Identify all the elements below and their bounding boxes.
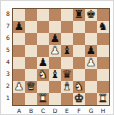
piece-white-queen-b2: ♛ [25, 81, 37, 93]
square-g1[interactable] [85, 93, 97, 105]
square-c1[interactable]: ♜ [37, 93, 49, 105]
chess-board: ♜♚♟♞♟♟♝♟♟♟♞♝♛♟♛♝♞♜♚♜ [12, 8, 110, 106]
square-g2[interactable] [85, 81, 97, 93]
square-h7[interactable]: ♞ [97, 21, 109, 33]
square-c7[interactable] [37, 21, 49, 33]
square-g7[interactable] [85, 21, 97, 33]
square-d1[interactable] [49, 93, 61, 105]
piece-black-bishop-e5: ♝ [61, 45, 73, 57]
square-e2[interactable]: ♝ [61, 81, 73, 93]
square-h3[interactable] [97, 69, 109, 81]
rank-label-5: 5 [4, 44, 12, 56]
square-g3[interactable] [85, 69, 97, 81]
square-e5[interactable]: ♝ [61, 45, 73, 57]
file-label-b: B [25, 106, 37, 115]
rank-label-2: 2 [4, 80, 12, 92]
rank-label-8: 8 [4, 8, 12, 20]
square-b8[interactable] [25, 9, 37, 21]
square-d2[interactable] [49, 81, 61, 93]
square-e7[interactable] [61, 21, 73, 33]
square-a5[interactable] [13, 45, 25, 57]
square-h1[interactable]: ♜ [97, 93, 109, 105]
file-label-g: G [85, 106, 97, 115]
piece-white-knight-c3: ♞ [37, 69, 49, 81]
rank-label-7: 7 [4, 20, 12, 32]
file-label-e: E [61, 106, 73, 115]
square-d8[interactable] [49, 9, 61, 21]
square-f1[interactable]: ♚ [73, 93, 85, 105]
piece-white-rook-h1: ♜ [97, 93, 109, 105]
square-a2[interactable]: ♟ [13, 81, 25, 93]
square-b1[interactable] [25, 93, 37, 105]
board-area: 87654321 ♜♚♟♞♟♟♝♟♟♟♞♝♛♟♛♝♞♜♚♜ [4, 8, 113, 106]
file-label-a: A [13, 106, 25, 115]
square-e8[interactable] [61, 9, 73, 21]
square-a6[interactable] [13, 33, 25, 45]
square-b2[interactable]: ♛ [25, 81, 37, 93]
square-g8[interactable]: ♚ [85, 9, 97, 21]
square-f7[interactable] [73, 21, 85, 33]
piece-white-king-f1: ♚ [73, 93, 85, 105]
square-c3[interactable]: ♞ [37, 69, 49, 81]
square-h6[interactable] [97, 33, 109, 45]
piece-white-bishop-e2: ♝ [61, 81, 73, 93]
square-b4[interactable] [25, 57, 37, 69]
piece-white-pawn-d5: ♟ [49, 45, 61, 57]
piece-black-king-g8: ♚ [85, 9, 97, 21]
chess-diagram: 87654321 ♜♚♟♞♟♟♝♟♟♟♞♝♛♟♛♝♞♜♚♜ ABCDEFGH [0, 0, 114, 115]
piece-black-pawn-a7: ♟ [13, 21, 25, 33]
square-f5[interactable] [73, 45, 85, 57]
rank-label-3: 3 [4, 68, 12, 80]
piece-white-pawn-g4: ♟ [85, 57, 97, 69]
square-b6[interactable] [25, 33, 37, 45]
square-a1[interactable] [13, 93, 25, 105]
piece-black-knight-h7: ♞ [97, 21, 109, 33]
rank-label-1: 1 [4, 92, 12, 104]
square-c8[interactable] [37, 9, 49, 21]
square-f6[interactable] [73, 33, 85, 45]
file-label-f: F [73, 106, 85, 115]
piece-white-rook-c1: ♜ [37, 93, 49, 105]
file-labels: ABCDEFGH [13, 106, 113, 115]
square-f4[interactable] [73, 57, 85, 69]
piece-black-rook-f8: ♜ [73, 9, 85, 21]
file-label-h: H [97, 106, 109, 115]
square-e1[interactable] [61, 93, 73, 105]
file-label-c: C [37, 106, 49, 115]
rank-label-6: 6 [4, 32, 12, 44]
square-g4[interactable]: ♟ [85, 57, 97, 69]
rank-label-4: 4 [4, 56, 12, 68]
square-f8[interactable]: ♜ [73, 9, 85, 21]
square-d3[interactable]: ♝ [49, 69, 61, 81]
square-a4[interactable] [13, 57, 25, 69]
square-c6[interactable] [37, 33, 49, 45]
rank-labels: 87654321 [4, 8, 12, 106]
square-b7[interactable] [25, 21, 37, 33]
square-h5[interactable] [97, 45, 109, 57]
piece-white-pawn-a2: ♟ [13, 81, 25, 93]
square-b5[interactable] [25, 45, 37, 57]
file-label-d: D [49, 106, 61, 115]
square-d5[interactable]: ♟ [49, 45, 61, 57]
square-h4[interactable] [97, 57, 109, 69]
square-a7[interactable]: ♟ [13, 21, 25, 33]
piece-black-bishop-d3: ♝ [49, 69, 61, 81]
